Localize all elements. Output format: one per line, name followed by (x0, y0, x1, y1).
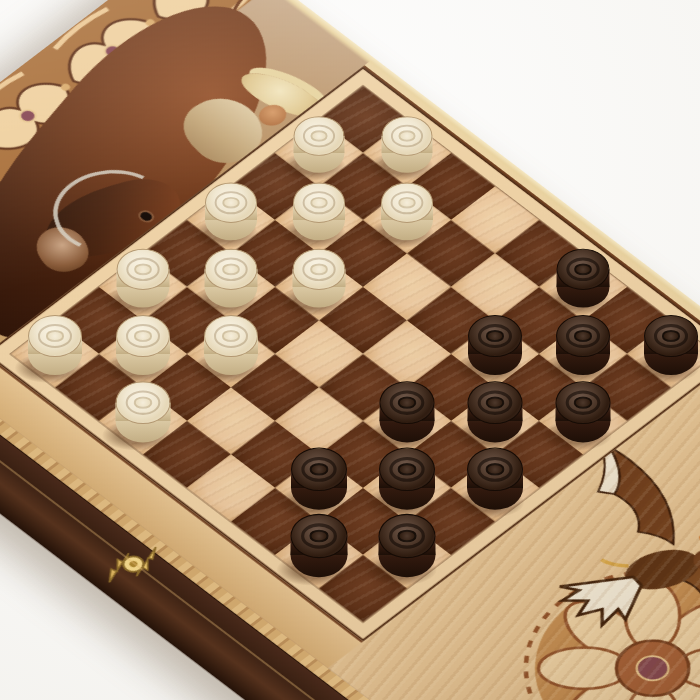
ornament-rosette-icon (469, 528, 700, 700)
draughts-box (0, 0, 700, 700)
box-lid (0, 0, 700, 700)
photo-backdrop (0, 0, 700, 700)
